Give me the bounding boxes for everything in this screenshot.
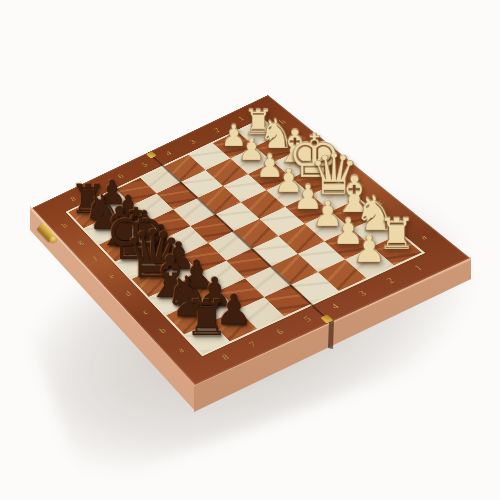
rank-label-1: 1 [236, 115, 247, 123]
rank-label-4: 4 [329, 301, 342, 311]
rank-label-7: 7 [247, 339, 259, 349]
rank-label-2: 2 [384, 276, 397, 286]
file-label-d: d [123, 289, 134, 298]
file-label-e: e [107, 272, 117, 281]
file-label-d: d [353, 181, 365, 190]
file-label-h: h [277, 118, 288, 126]
rank-label-6: 6 [274, 327, 287, 337]
chess-set-photo: aabbccddeeffgghh8877665544332211 ♜♞♝♛♚♝♞… [0, 0, 500, 500]
rank-label-8: 8 [219, 352, 231, 362]
file-label-h: h [60, 221, 70, 229]
rank-label-5: 5 [301, 314, 314, 324]
rank-label-1: 1 [412, 263, 426, 273]
file-label-e: e [334, 164, 346, 172]
rank-label-3: 3 [188, 138, 199, 146]
file-label-f: f [91, 255, 100, 263]
rank-label-4: 4 [164, 149, 174, 157]
file-label-g: g [75, 238, 85, 246]
file-label-f: f [315, 149, 325, 157]
file-label-g: g [295, 133, 307, 141]
file-label-c: c [374, 197, 386, 206]
rank-label-5: 5 [140, 161, 150, 169]
file-label-b: b [395, 215, 408, 224]
file-label-c: c [140, 307, 151, 316]
rank-label-2: 2 [212, 126, 223, 134]
file-label-a: a [175, 345, 186, 355]
rank-label-6: 6 [116, 172, 126, 180]
rank-label-7: 7 [92, 184, 102, 192]
rank-label-8: 8 [68, 195, 78, 203]
rank-label-3: 3 [356, 289, 369, 299]
file-label-a: a [417, 233, 430, 242]
file-label-b: b [157, 326, 168, 336]
